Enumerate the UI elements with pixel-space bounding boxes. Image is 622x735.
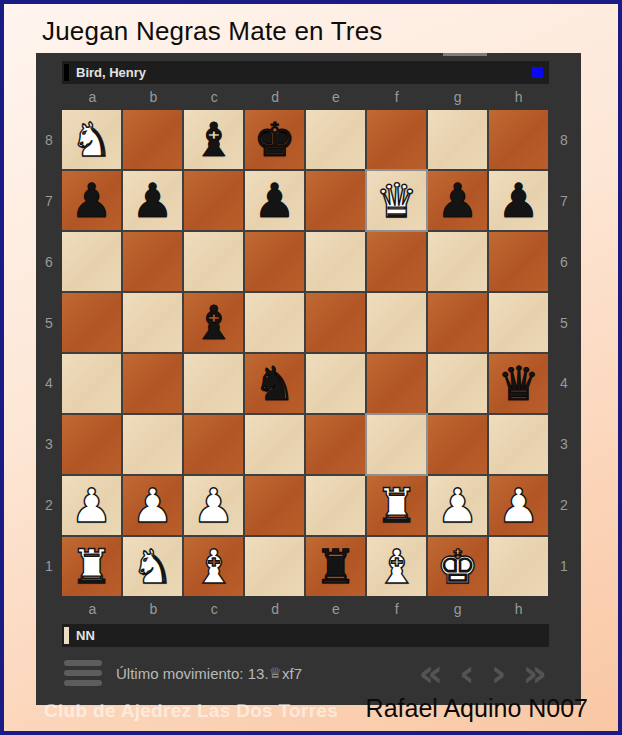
square-h4[interactable]: ♛ <box>489 354 548 413</box>
black-king-d8[interactable]: ♚ <box>253 116 295 163</box>
player-bar-top: Bird, Henry <box>62 61 549 84</box>
coordinate-label: e <box>306 596 367 622</box>
coordinate-label: c <box>184 84 245 110</box>
square-g3[interactable] <box>428 415 487 474</box>
coordinate-label: a <box>62 596 123 622</box>
player-name-bottom: NN <box>76 628 543 643</box>
square-b4[interactable] <box>123 354 182 413</box>
square-d6[interactable] <box>245 232 304 291</box>
panel-top-divider <box>443 53 487 56</box>
first-move-button[interactable]: « <box>415 654 448 692</box>
coordinate-label: 7 <box>548 171 580 232</box>
queen-figurine-icon: ♕ <box>269 664 282 682</box>
turn-indicator-icon <box>532 67 543 78</box>
white-pawn-a2[interactable]: ♟ <box>70 482 112 529</box>
square-g8[interactable] <box>428 110 487 169</box>
black-pawn-g7[interactable]: ♟ <box>436 177 478 224</box>
square-f6[interactable] <box>367 232 426 291</box>
square-h8[interactable] <box>489 110 548 169</box>
chess-board-panel: Bird, Henry abcdefgh 87654321 ♞♝♚♟♟♟♛♟♟♝… <box>36 53 581 705</box>
coordinate-label: f <box>366 84 427 110</box>
square-a7[interactable]: ♟ <box>62 171 121 230</box>
black-pawn-h7[interactable]: ♟ <box>497 177 539 224</box>
square-e3[interactable] <box>306 415 365 474</box>
white-knight-a8[interactable]: ♞ <box>70 116 112 163</box>
black-pawn-a7[interactable]: ♟ <box>70 177 112 224</box>
square-g2[interactable]: ♟ <box>428 476 487 535</box>
white-pawn-h2[interactable]: ♟ <box>497 482 539 529</box>
menu-icon[interactable] <box>64 660 102 686</box>
square-g4[interactable] <box>428 354 487 413</box>
coordinate-label: g <box>427 596 488 622</box>
square-c1[interactable]: ♝ <box>184 537 243 596</box>
file-labels-bottom: abcdefgh <box>62 596 549 622</box>
square-d7[interactable]: ♟ <box>245 171 304 230</box>
controls-bar: Último movimiento: 13.♕xf7 « ‹ › » <box>64 651 551 695</box>
black-side-indicator <box>64 64 69 81</box>
square-a3[interactable] <box>62 415 121 474</box>
player-bar-bottom: NN <box>62 624 549 647</box>
white-pawn-b2[interactable]: ♟ <box>131 482 173 529</box>
board-row: 87654321 ♞♝♚♟♟♟♛♟♟♝♞♛♟♟♟♜♟♟♜♞♝♜♝♚ 876543… <box>36 110 581 596</box>
square-g5[interactable] <box>428 293 487 352</box>
square-g6[interactable] <box>428 232 487 291</box>
square-f2[interactable]: ♜ <box>367 476 426 535</box>
square-f5[interactable] <box>367 293 426 352</box>
black-knight-d4[interactable]: ♞ <box>253 360 295 407</box>
coordinate-label: b <box>123 84 184 110</box>
coordinate-label: b <box>123 596 184 622</box>
square-e1[interactable]: ♜ <box>306 537 365 596</box>
coordinate-label: 3 <box>36 414 62 475</box>
square-c3[interactable] <box>184 415 243 474</box>
black-pawn-d7[interactable]: ♟ <box>253 177 295 224</box>
black-pawn-b7[interactable]: ♟ <box>131 177 173 224</box>
author-name: Rafael Aquino N007 <box>366 694 588 723</box>
coordinate-label: h <box>488 596 549 622</box>
white-rook-a1[interactable]: ♜ <box>70 543 112 590</box>
square-b6[interactable] <box>123 232 182 291</box>
square-a8[interactable]: ♞ <box>62 110 121 169</box>
coordinate-label: 6 <box>548 232 580 293</box>
next-move-button[interactable]: › <box>487 654 511 692</box>
square-b5[interactable] <box>123 293 182 352</box>
white-knight-b1[interactable]: ♞ <box>131 543 173 590</box>
page-title: Juegan Negras Mate en Tres <box>42 16 618 47</box>
white-rook-f2[interactable]: ♜ <box>375 482 417 529</box>
square-a5[interactable] <box>62 293 121 352</box>
square-a6[interactable] <box>62 232 121 291</box>
square-f8[interactable] <box>367 110 426 169</box>
coordinate-label: 6 <box>36 232 62 293</box>
coordinate-label: 5 <box>548 292 580 353</box>
chess-board[interactable]: ♞♝♚♟♟♟♛♟♟♝♞♛♟♟♟♜♟♟♜♞♝♜♝♚ <box>62 110 548 596</box>
last-move-button[interactable]: » <box>518 654 551 692</box>
square-h2[interactable]: ♟ <box>489 476 548 535</box>
coordinate-label: 8 <box>36 110 62 171</box>
black-rook-e1[interactable]: ♜ <box>314 543 356 590</box>
square-e6[interactable] <box>306 232 365 291</box>
square-a2[interactable]: ♟ <box>62 476 121 535</box>
coordinate-label: 2 <box>36 475 62 536</box>
square-d1[interactable] <box>245 537 304 596</box>
white-bishop-c1[interactable]: ♝ <box>192 543 234 590</box>
square-b1[interactable]: ♞ <box>123 537 182 596</box>
club-name: Club de Ajedrez Las Dos Torres <box>44 700 338 722</box>
coordinate-label: 7 <box>36 171 62 232</box>
player-name-top: Bird, Henry <box>76 65 532 80</box>
square-g1[interactable]: ♚ <box>428 537 487 596</box>
white-pawn-c2[interactable]: ♟ <box>192 482 234 529</box>
file-labels-top: abcdefgh <box>62 84 549 110</box>
square-f1[interactable]: ♝ <box>367 537 426 596</box>
coordinate-label: 8 <box>548 110 580 171</box>
square-f4[interactable] <box>367 354 426 413</box>
black-bishop-c8[interactable]: ♝ <box>192 116 234 163</box>
square-b3[interactable] <box>123 415 182 474</box>
last-move-text: Último movimiento: 13.♕xf7 <box>116 664 302 682</box>
white-pawn-g2[interactable]: ♟ <box>436 482 478 529</box>
coordinate-label: e <box>306 84 367 110</box>
square-h6[interactable] <box>489 232 548 291</box>
square-b8[interactable] <box>123 110 182 169</box>
coordinate-label: 1 <box>36 535 62 596</box>
footer: Club de Ajedrez Las Dos Torres Rafael Aq… <box>4 694 618 723</box>
square-c4[interactable] <box>184 354 243 413</box>
square-d2[interactable] <box>245 476 304 535</box>
square-g7[interactable]: ♟ <box>428 171 487 230</box>
square-e8[interactable] <box>306 110 365 169</box>
coordinate-label: c <box>184 596 245 622</box>
white-bishop-f1[interactable]: ♝ <box>375 543 417 590</box>
move-navigation: « ‹ › » <box>415 654 551 692</box>
black-bishop-c5[interactable]: ♝ <box>192 299 234 346</box>
square-h1[interactable] <box>489 537 548 596</box>
square-c2[interactable]: ♟ <box>184 476 243 535</box>
white-king-g1[interactable]: ♚ <box>436 543 478 590</box>
coordinate-label: 4 <box>36 353 62 414</box>
coordinate-label: f <box>366 596 427 622</box>
black-queen-h4[interactable]: ♛ <box>497 360 539 407</box>
coordinate-label: 3 <box>548 414 580 475</box>
square-h7[interactable]: ♟ <box>489 171 548 230</box>
coordinate-label: 5 <box>36 292 62 353</box>
square-c7[interactable] <box>184 171 243 230</box>
rank-labels-left: 87654321 <box>36 110 62 596</box>
white-queen-f7[interactable]: ♛ <box>375 177 417 224</box>
square-h5[interactable] <box>489 293 548 352</box>
square-a4[interactable] <box>62 354 121 413</box>
square-c8[interactable]: ♝ <box>184 110 243 169</box>
square-f3[interactable] <box>367 415 426 474</box>
coordinate-label: 1 <box>548 535 580 596</box>
square-d3[interactable] <box>245 415 304 474</box>
white-side-indicator <box>64 627 69 644</box>
square-a1[interactable]: ♜ <box>62 537 121 596</box>
square-h3[interactable] <box>489 415 548 474</box>
square-f7[interactable]: ♛ <box>367 171 426 230</box>
coordinate-label: 4 <box>548 353 580 414</box>
square-d4[interactable]: ♞ <box>245 354 304 413</box>
rank-labels-right: 87654321 <box>548 110 580 596</box>
square-b2[interactable]: ♟ <box>123 476 182 535</box>
square-c6[interactable] <box>184 232 243 291</box>
coordinate-label: a <box>62 84 123 110</box>
previous-move-button[interactable]: ‹ <box>455 654 479 692</box>
square-e2[interactable] <box>306 476 365 535</box>
square-e4[interactable] <box>306 354 365 413</box>
square-d8[interactable]: ♚ <box>245 110 304 169</box>
coordinate-label: d <box>245 84 306 110</box>
square-e7[interactable] <box>306 171 365 230</box>
square-b7[interactable]: ♟ <box>123 171 182 230</box>
square-d5[interactable] <box>245 293 304 352</box>
coordinate-label: 2 <box>548 475 580 536</box>
square-c5[interactable]: ♝ <box>184 293 243 352</box>
square-e5[interactable] <box>306 293 365 352</box>
coordinate-label: h <box>488 84 549 110</box>
coordinate-label: g <box>427 84 488 110</box>
coordinate-label: d <box>245 596 306 622</box>
